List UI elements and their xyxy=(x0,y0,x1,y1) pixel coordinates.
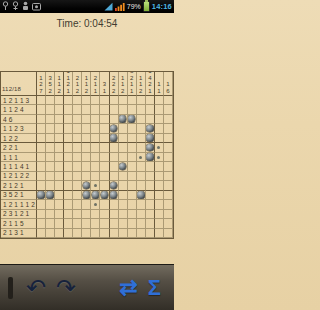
cell-r11c4[interactable] xyxy=(64,191,73,200)
cell-r1c9[interactable] xyxy=(110,96,119,105)
cell-r3c9[interactable] xyxy=(110,115,119,124)
status-bar: 79% 14:16 xyxy=(0,0,174,13)
col-clue-8: 31 xyxy=(100,72,109,96)
row-clue-1: 12113 xyxy=(1,96,37,105)
cell-r7c3[interactable] xyxy=(55,153,64,162)
cell-r4c2[interactable] xyxy=(46,124,55,133)
cell-r8c4[interactable] xyxy=(64,162,73,171)
cell-r14c14[interactable] xyxy=(155,219,164,228)
cell-r14c10[interactable] xyxy=(119,219,128,228)
cell-r15c2[interactable] xyxy=(46,229,55,238)
cell-r10c2[interactable] xyxy=(46,181,55,190)
cell-r12c15[interactable] xyxy=(164,200,173,209)
cell-r1c6[interactable] xyxy=(82,96,91,105)
cell-r5c1[interactable] xyxy=(37,134,46,143)
cell-r11c14[interactable] xyxy=(155,191,164,200)
cell-r15c5[interactable] xyxy=(73,229,82,238)
cell-r10c11[interactable] xyxy=(128,181,137,190)
cell-r1c11[interactable] xyxy=(128,96,137,105)
cell-r1c14[interactable] xyxy=(155,96,164,105)
cell-r4c13[interactable] xyxy=(146,124,155,133)
cell-r1c15[interactable] xyxy=(164,96,173,105)
cell-r3c4[interactable] xyxy=(64,115,73,124)
cell-r3c12[interactable] xyxy=(137,115,146,124)
cell-r15c3[interactable] xyxy=(55,229,64,238)
cell-r7c4[interactable] xyxy=(64,153,73,162)
cell-r13c15[interactable] xyxy=(164,210,173,219)
cell-r8c6[interactable] xyxy=(82,162,91,171)
cell-r13c11[interactable] xyxy=(128,210,137,219)
cell-r6c14[interactable] xyxy=(155,143,164,152)
cell-r9c4[interactable] xyxy=(64,172,73,181)
cell-r15c1[interactable] xyxy=(37,229,46,238)
cell-r7c14[interactable] xyxy=(155,153,164,162)
cell-r2c13[interactable] xyxy=(146,105,155,114)
cell-r13c10[interactable] xyxy=(119,210,128,219)
row-clue-15: 2131 xyxy=(1,229,37,238)
cell-r12c9[interactable] xyxy=(110,200,119,209)
cell-r2c15[interactable] xyxy=(164,105,173,114)
filled-stone xyxy=(137,191,145,199)
cell-r12c4[interactable] xyxy=(64,200,73,209)
redo-button[interactable]: ↷ xyxy=(51,276,81,300)
notification-icons xyxy=(2,1,41,11)
cell-r7c7[interactable] xyxy=(91,153,100,162)
col-clue-14: 11 xyxy=(155,72,164,96)
row-clue-10: 2121 xyxy=(1,181,37,190)
cell-r14c15[interactable] xyxy=(164,219,173,228)
cell-r8c13[interactable] xyxy=(146,162,155,171)
cell-r14c2[interactable] xyxy=(46,219,55,228)
cell-r15c9[interactable] xyxy=(110,229,119,238)
cell-r8c5[interactable] xyxy=(73,162,82,171)
row-clue-8: 11141 xyxy=(1,162,37,171)
cell-r15c14[interactable] xyxy=(155,229,164,238)
cell-r9c13[interactable] xyxy=(146,172,155,181)
cell-r9c14[interactable] xyxy=(155,172,164,181)
filled-stone xyxy=(146,125,154,133)
cell-r2c4[interactable] xyxy=(64,105,73,114)
cell-r9c7[interactable] xyxy=(91,172,100,181)
cell-r10c3[interactable] xyxy=(55,181,64,190)
cell-r8c8[interactable] xyxy=(100,162,109,171)
cell-r1c7[interactable] xyxy=(91,96,100,105)
cell-r5c5[interactable] xyxy=(73,134,82,143)
cell-r2c3[interactable] xyxy=(55,105,64,114)
notification-icon-4 xyxy=(32,2,41,11)
cell-r7c6[interactable] xyxy=(82,153,91,162)
cell-r13c12[interactable] xyxy=(137,210,146,219)
cell-r2c6[interactable] xyxy=(82,105,91,114)
filled-stone xyxy=(146,144,154,152)
cell-r4c9[interactable] xyxy=(110,124,119,133)
cell-r14c4[interactable] xyxy=(64,219,73,228)
cell-r1c12[interactable] xyxy=(137,96,146,105)
cell-r4c15[interactable] xyxy=(164,124,173,133)
cell-r13c8[interactable] xyxy=(100,210,109,219)
cell-r12c1[interactable] xyxy=(37,200,46,209)
cell-r14c9[interactable] xyxy=(110,219,119,228)
cell-r7c5[interactable] xyxy=(73,153,82,162)
cell-r1c3[interactable] xyxy=(55,96,64,105)
cell-r14c5[interactable] xyxy=(73,219,82,228)
cell-r5c15[interactable] xyxy=(164,134,173,143)
row-clue-11: 3521 xyxy=(1,191,37,200)
cell-r3c14[interactable] xyxy=(155,115,164,124)
filled-stone xyxy=(92,191,100,199)
col-clue-15: 16 xyxy=(164,72,173,96)
filled-stone xyxy=(128,115,136,123)
cell-r13c1[interactable] xyxy=(37,210,46,219)
wifi-icon xyxy=(104,2,113,11)
cell-r4c11[interactable] xyxy=(128,124,137,133)
toolbar: ↶ ↷ ⇄ Σ xyxy=(0,264,174,310)
cell-r6c13[interactable] xyxy=(146,143,155,152)
col-clue-11: 3211 xyxy=(128,72,137,96)
col-clue-6: 112 xyxy=(82,72,91,96)
filled-stone xyxy=(101,191,109,199)
cell-r8c12[interactable] xyxy=(137,162,146,171)
cell-r1c2[interactable] xyxy=(46,96,55,105)
filled-stone xyxy=(110,125,118,133)
cell-r12c3[interactable] xyxy=(55,200,64,209)
swap-mode-button[interactable]: ⇄ xyxy=(114,277,142,299)
cell-r10c15[interactable] xyxy=(164,181,173,190)
cell-r8c15[interactable] xyxy=(164,162,173,171)
col-clue-12: 112 xyxy=(137,72,146,96)
cell-r12c2[interactable] xyxy=(46,200,55,209)
empty-mark-dot xyxy=(157,146,160,149)
cell-r11c2[interactable] xyxy=(46,191,55,200)
cell-r11c15[interactable] xyxy=(164,191,173,200)
cell-r2c7[interactable] xyxy=(91,105,100,114)
cell-r2c2[interactable] xyxy=(46,105,55,114)
cell-r13c4[interactable] xyxy=(64,210,73,219)
cell-r9c6[interactable] xyxy=(82,172,91,181)
cell-r12c11[interactable] xyxy=(128,200,137,209)
cell-r13c2[interactable] xyxy=(46,210,55,219)
cell-r4c6[interactable] xyxy=(82,124,91,133)
cell-r7c10[interactable] xyxy=(119,153,128,162)
cell-r5c4[interactable] xyxy=(64,134,73,143)
cell-r6c4[interactable] xyxy=(64,143,73,152)
board-corner-label: 112/18 xyxy=(1,72,37,96)
cell-r10c12[interactable] xyxy=(137,181,146,190)
clock: 14:16 xyxy=(152,2,172,11)
cell-r6c11[interactable] xyxy=(128,143,137,152)
cell-r12c13[interactable] xyxy=(146,200,155,209)
empty-mark-dot xyxy=(157,156,160,159)
cell-r8c7[interactable] xyxy=(91,162,100,171)
cell-r3c5[interactable] xyxy=(73,115,82,124)
notification-icon-1 xyxy=(2,1,9,11)
cell-r15c10[interactable] xyxy=(119,229,128,238)
cell-r11c3[interactable] xyxy=(55,191,64,200)
filled-stone xyxy=(83,182,91,190)
cell-r1c4[interactable] xyxy=(64,96,73,105)
app-screen: 79% 14:16 Time: 0:04:54 112/181273521121… xyxy=(0,0,174,310)
cell-r5c2[interactable] xyxy=(46,134,55,143)
timer-label: Time: 0:04:54 xyxy=(0,17,174,31)
toolbar-grip xyxy=(8,277,13,299)
cell-r4c3[interactable] xyxy=(55,124,64,133)
cell-r3c10[interactable] xyxy=(119,115,128,124)
cell-r4c4[interactable] xyxy=(64,124,73,133)
cell-r14c13[interactable] xyxy=(146,219,155,228)
cell-r8c2[interactable] xyxy=(46,162,55,171)
cell-r15c8[interactable] xyxy=(100,229,109,238)
row-clue-13: 23121 xyxy=(1,210,37,219)
filled-stone xyxy=(119,115,127,123)
cell-r9c12[interactable] xyxy=(137,172,146,181)
cell-r5c9[interactable] xyxy=(110,134,119,143)
cell-r5c7[interactable] xyxy=(91,134,100,143)
cell-r3c13[interactable] xyxy=(146,115,155,124)
cell-r7c8[interactable] xyxy=(100,153,109,162)
cell-r5c12[interactable] xyxy=(137,134,146,143)
row-clue-7: 111 xyxy=(1,153,37,162)
cell-r15c7[interactable] xyxy=(91,229,100,238)
cell-r3c6[interactable] xyxy=(82,115,91,124)
cell-r11c8[interactable] xyxy=(100,191,109,200)
cell-r3c15[interactable] xyxy=(164,115,173,124)
cell-r6c1[interactable] xyxy=(37,143,46,152)
cell-r3c7[interactable] xyxy=(91,115,100,124)
col-clue-4: 1121 xyxy=(64,72,73,96)
cell-r9c15[interactable] xyxy=(164,172,173,181)
cell-r6c5[interactable] xyxy=(73,143,82,152)
cell-r11c6[interactable] xyxy=(82,191,91,200)
cell-r12c12[interactable] xyxy=(137,200,146,209)
cell-r9c10[interactable] xyxy=(119,172,128,181)
cell-r2c5[interactable] xyxy=(73,105,82,114)
row-clue-14: 2115 xyxy=(1,219,37,228)
cell-r5c10[interactable] xyxy=(119,134,128,143)
cell-r6c6[interactable] xyxy=(82,143,91,152)
cell-r8c1[interactable] xyxy=(37,162,46,171)
cell-r1c8[interactable] xyxy=(100,96,109,105)
notification-icon-3 xyxy=(22,1,29,11)
cell-r10c7[interactable] xyxy=(91,181,100,190)
cell-r11c11[interactable] xyxy=(128,191,137,200)
cell-r8c11[interactable] xyxy=(128,162,137,171)
cell-r10c6[interactable] xyxy=(82,181,91,190)
cell-r5c13[interactable] xyxy=(146,134,155,143)
cell-r13c6[interactable] xyxy=(82,210,91,219)
empty-mark-dot xyxy=(139,156,142,159)
col-clue-1: 127 xyxy=(37,72,46,96)
cell-r9c8[interactable] xyxy=(100,172,109,181)
sum-button[interactable]: Σ xyxy=(143,277,166,299)
row-clue-9: 12122 xyxy=(1,172,37,181)
col-clue-2: 352 xyxy=(46,72,55,96)
cell-r5c6[interactable] xyxy=(82,134,91,143)
cell-r1c1[interactable] xyxy=(37,96,46,105)
cell-r5c14[interactable] xyxy=(155,134,164,143)
cell-r14c1[interactable] xyxy=(37,219,46,228)
cell-r8c9[interactable] xyxy=(110,162,119,171)
cell-r3c2[interactable] xyxy=(46,115,55,124)
col-clue-3: 112 xyxy=(55,72,64,96)
filled-stone xyxy=(110,182,118,190)
filled-stone xyxy=(146,153,154,161)
cell-r7c2[interactable] xyxy=(46,153,55,162)
col-clue-9: 222 xyxy=(110,72,119,96)
cell-r15c4[interactable] xyxy=(64,229,73,238)
cell-r2c8[interactable] xyxy=(100,105,109,114)
empty-mark-dot xyxy=(94,184,97,187)
cell-r9c9[interactable] xyxy=(110,172,119,181)
cell-r11c13[interactable] xyxy=(146,191,155,200)
cell-r13c9[interactable] xyxy=(110,210,119,219)
nonogram-board: 112/181273521121121212112211312221123211… xyxy=(0,71,174,239)
cell-r10c13[interactable] xyxy=(146,181,155,190)
cell-r12c14[interactable] xyxy=(155,200,164,209)
cell-r6c8[interactable] xyxy=(100,143,109,152)
cell-r15c6[interactable] xyxy=(82,229,91,238)
filled-stone xyxy=(146,134,154,142)
filled-stone xyxy=(110,134,118,142)
cell-r5c8[interactable] xyxy=(100,134,109,143)
col-clue-10: 112 xyxy=(119,72,128,96)
cell-r11c10[interactable] xyxy=(119,191,128,200)
cell-r9c11[interactable] xyxy=(128,172,137,181)
notification-icon-2 xyxy=(12,1,19,11)
cell-r5c11[interactable] xyxy=(128,134,137,143)
cell-r13c3[interactable] xyxy=(55,210,64,219)
filled-stone xyxy=(83,191,91,199)
cell-r11c12[interactable] xyxy=(137,191,146,200)
cell-r6c3[interactable] xyxy=(55,143,64,152)
cell-r4c12[interactable] xyxy=(137,124,146,133)
cell-r14c11[interactable] xyxy=(128,219,137,228)
cell-r4c7[interactable] xyxy=(91,124,100,133)
cell-r8c14[interactable] xyxy=(155,162,164,171)
col-clue-5: 212 xyxy=(73,72,82,96)
cell-r2c9[interactable] xyxy=(110,105,119,114)
row-clue-4: 1123 xyxy=(1,124,37,133)
cell-r2c10[interactable] xyxy=(119,105,128,114)
cell-r13c14[interactable] xyxy=(155,210,164,219)
cell-r6c12[interactable] xyxy=(137,143,146,152)
cell-r15c12[interactable] xyxy=(137,229,146,238)
cell-r12c8[interactable] xyxy=(100,200,109,209)
cell-r6c7[interactable] xyxy=(91,143,100,152)
battery-percent: 79% xyxy=(127,3,141,10)
cell-r14c3[interactable] xyxy=(55,219,64,228)
battery-icon xyxy=(143,1,150,12)
col-clue-13: 1421 xyxy=(146,72,155,96)
cell-r13c7[interactable] xyxy=(91,210,100,219)
filled-stone xyxy=(110,191,118,199)
cell-r11c7[interactable] xyxy=(91,191,100,200)
cell-r7c13[interactable] xyxy=(146,153,155,162)
cell-r15c13[interactable] xyxy=(146,229,155,238)
cell-r7c12[interactable] xyxy=(137,153,146,162)
cell-r14c7[interactable] xyxy=(91,219,100,228)
cell-r7c11[interactable] xyxy=(128,153,137,162)
cell-r4c8[interactable] xyxy=(100,124,109,133)
row-clue-12: 121112 xyxy=(1,200,37,209)
filled-stone xyxy=(37,191,45,199)
cell-r7c15[interactable] xyxy=(164,153,173,162)
cell-r4c5[interactable] xyxy=(73,124,82,133)
cell-r7c9[interactable] xyxy=(110,153,119,162)
cell-r10c4[interactable] xyxy=(64,181,73,190)
row-clue-3: 46 xyxy=(1,115,37,124)
cell-r6c15[interactable] xyxy=(164,143,173,152)
cell-r14c12[interactable] xyxy=(137,219,146,228)
cell-r3c3[interactable] xyxy=(55,115,64,124)
cell-r9c3[interactable] xyxy=(55,172,64,181)
cell-r12c5[interactable] xyxy=(73,200,82,209)
cell-r11c1[interactable] xyxy=(37,191,46,200)
row-clue-5: 122 xyxy=(1,134,37,143)
cell-r3c1[interactable] xyxy=(37,115,46,124)
cell-r13c13[interactable] xyxy=(146,210,155,219)
cell-r4c14[interactable] xyxy=(155,124,164,133)
filled-stone xyxy=(119,163,127,171)
cell-r2c1[interactable] xyxy=(37,105,46,114)
cell-r2c14[interactable] xyxy=(155,105,164,114)
cell-r9c5[interactable] xyxy=(73,172,82,181)
cell-r15c15[interactable] xyxy=(164,229,173,238)
cell-r6c10[interactable] xyxy=(119,143,128,152)
cell-r8c3[interactable] xyxy=(55,162,64,171)
cell-r9c1[interactable] xyxy=(37,172,46,181)
cell-r9c2[interactable] xyxy=(46,172,55,181)
cell-r14c8[interactable] xyxy=(100,219,109,228)
cell-r10c8[interactable] xyxy=(100,181,109,190)
cell-r2c12[interactable] xyxy=(137,105,146,114)
cell-r1c13[interactable] xyxy=(146,96,155,105)
cell-r7c1[interactable] xyxy=(37,153,46,162)
cell-r6c9[interactable] xyxy=(110,143,119,152)
undo-button[interactable]: ↶ xyxy=(21,276,51,300)
cell-r1c10[interactable] xyxy=(119,96,128,105)
cell-r12c10[interactable] xyxy=(119,200,128,209)
cell-r13c5[interactable] xyxy=(73,210,82,219)
col-clue-7: 211 xyxy=(91,72,100,96)
cell-r10c14[interactable] xyxy=(155,181,164,190)
empty-mark-dot xyxy=(94,203,97,206)
cell-r11c5[interactable] xyxy=(73,191,82,200)
cell-r14c6[interactable] xyxy=(82,219,91,228)
row-clue-6: 221 xyxy=(1,143,37,152)
cell-r10c1[interactable] xyxy=(37,181,46,190)
cell-r1c5[interactable] xyxy=(73,96,82,105)
signal-icon xyxy=(115,2,125,11)
filled-stone xyxy=(46,191,54,199)
row-clue-2: 1124 xyxy=(1,105,37,114)
cell-r2c11[interactable] xyxy=(128,105,137,114)
cell-r6c2[interactable] xyxy=(46,143,55,152)
cell-r10c10[interactable] xyxy=(119,181,128,190)
cell-r10c9[interactable] xyxy=(110,181,119,190)
cell-r3c8[interactable] xyxy=(100,115,109,124)
cell-r11c9[interactable] xyxy=(110,191,119,200)
cell-r4c1[interactable] xyxy=(37,124,46,133)
cell-r15c11[interactable] xyxy=(128,229,137,238)
cell-r8c10[interactable] xyxy=(119,162,128,171)
cell-r12c7[interactable] xyxy=(91,200,100,209)
cell-r12c6[interactable] xyxy=(82,200,91,209)
cell-r10c5[interactable] xyxy=(73,181,82,190)
cell-r5c3[interactable] xyxy=(55,134,64,143)
cell-r4c10[interactable] xyxy=(119,124,128,133)
cell-r3c11[interactable] xyxy=(128,115,137,124)
